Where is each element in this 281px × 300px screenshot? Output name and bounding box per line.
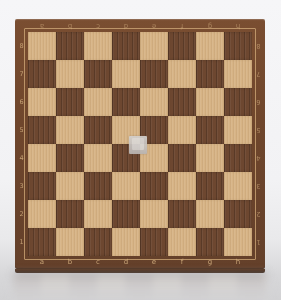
square-f8 (168, 32, 196, 60)
square-b5 (56, 116, 84, 144)
square-b7 (56, 60, 84, 88)
square-h7 (224, 60, 252, 88)
square-e8 (140, 32, 168, 60)
square-g3 (196, 172, 224, 200)
square-a7 (28, 60, 56, 88)
square-g8 (196, 32, 224, 60)
square-f6 (168, 88, 196, 116)
square-f3 (168, 172, 196, 200)
square-f4 (168, 144, 196, 172)
square-c2 (84, 200, 112, 228)
square-b4 (56, 144, 84, 172)
square-b1 (56, 228, 84, 256)
board-reflection (13, 275, 267, 300)
square-d7 (112, 60, 140, 88)
square-h3 (224, 172, 252, 200)
square-c1 (84, 228, 112, 256)
square-h2 (224, 200, 252, 228)
square-e1 (140, 228, 168, 256)
square-h5 (224, 116, 252, 144)
square-f2 (168, 200, 196, 228)
square-c8 (84, 32, 112, 60)
square-h8 (224, 32, 252, 60)
square-g5 (196, 116, 224, 144)
square-f7 (168, 60, 196, 88)
square-a1 (28, 228, 56, 256)
square-d1 (112, 228, 140, 256)
square-b2 (56, 200, 84, 228)
square-a4 (28, 144, 56, 172)
square-a8 (28, 32, 56, 60)
square-d6 (112, 88, 140, 116)
square-e2 (140, 200, 168, 228)
square-b6 (56, 88, 84, 116)
square-a5 (28, 116, 56, 144)
reflection-fade (9, 271, 271, 300)
square-h4 (224, 144, 252, 172)
product-photo-backdrop: abcdefgh abcdefgh 87654321 87654321 (0, 0, 281, 300)
square-g6 (196, 88, 224, 116)
square-g2 (196, 200, 224, 228)
square-c3 (84, 172, 112, 200)
square-a6 (28, 88, 56, 116)
square-e3 (140, 172, 168, 200)
square-f5 (168, 116, 196, 144)
square-e6 (140, 88, 168, 116)
square-g1 (196, 228, 224, 256)
square-h6 (224, 88, 252, 116)
square-a2 (28, 200, 56, 228)
square-h1 (224, 228, 252, 256)
square-c4 (84, 144, 112, 172)
square-d3 (112, 172, 140, 200)
square-c6 (84, 88, 112, 116)
center-watermark gray-square-icon (129, 136, 147, 154)
square-g4 (196, 144, 224, 172)
square-c5 (84, 116, 112, 144)
square-e7 (140, 60, 168, 88)
square-d2 (112, 200, 140, 228)
square-f1 (168, 228, 196, 256)
square-g7 (196, 60, 224, 88)
square-b8 (56, 32, 84, 60)
square-d8 (112, 32, 140, 60)
square-a3 (28, 172, 56, 200)
square-b3 (56, 172, 84, 200)
square-c7 (84, 60, 112, 88)
